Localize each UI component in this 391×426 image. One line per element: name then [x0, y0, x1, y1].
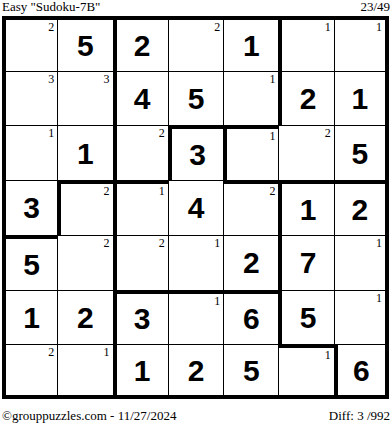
page-header: Easy "Sudoku-7B" 23/49 — [2, 0, 390, 15]
cell-r2c6[interactable]: 2 — [278, 71, 333, 126]
cell-r6c2[interactable]: 2 — [57, 290, 112, 345]
given-value: 2 — [58, 291, 112, 345]
cell-r5c3[interactable]: 2 — [113, 235, 168, 290]
cell-r3c2[interactable]: 1 — [57, 125, 112, 180]
pencil-mark: 1 — [376, 291, 382, 305]
cell-r1c4[interactable]: 2 — [168, 16, 223, 71]
cell-r2c3[interactable]: 4 — [113, 71, 168, 126]
given-value: 5 — [6, 239, 57, 290]
pencil-mark: 1 — [376, 236, 382, 250]
page-footer: ©grouppuzzles.com - 11/27/2024 Diff: 3 /… — [2, 408, 390, 423]
cell-r7c1[interactable]: 2 — [2, 344, 57, 399]
given-value: 4 — [117, 72, 168, 126]
pencil-mark: 2 — [214, 20, 220, 34]
cell-r2c4[interactable]: 5 — [168, 71, 223, 126]
pencil-mark: 2 — [104, 184, 110, 198]
cell-r2c7[interactable]: 1 — [334, 71, 389, 126]
pencil-mark: 1 — [376, 20, 382, 34]
given-value: 6 — [338, 345, 385, 395]
cell-r6c5[interactable]: 6 — [223, 290, 278, 345]
cell-r6c6[interactable]: 5 — [278, 290, 333, 345]
cell-r5c1[interactable]: 5 — [2, 235, 57, 290]
cell-r4c1[interactable]: 3 — [2, 180, 57, 235]
pencil-mark: 1 — [104, 345, 110, 359]
cell-r5c5[interactable]: 2 — [223, 235, 278, 290]
pencil-mark: 2 — [159, 236, 165, 250]
cell-r2c1[interactable]: 3 — [2, 71, 57, 126]
cell-r7c2[interactable]: 1 — [57, 344, 112, 399]
cell-r7c6[interactable]: 1 — [278, 344, 333, 399]
pencil-mark: 2 — [269, 184, 275, 198]
given-value: 1 — [58, 126, 112, 180]
cell-r5c6[interactable]: 7 — [278, 235, 333, 290]
cell-r7c5[interactable]: 5 — [223, 344, 278, 399]
puzzle-counter: 23/49 — [360, 0, 390, 14]
sudoku-page: Easy "Sudoku-7B" 23/49 25221113345121112… — [0, 0, 391, 426]
pencil-mark: 1 — [159, 184, 165, 198]
pencil-mark: 3 — [48, 72, 54, 86]
pencil-mark: 3 — [104, 72, 110, 86]
given-value: 6 — [224, 294, 278, 345]
cell-r3c6[interactable]: 2 — [278, 125, 333, 180]
pencil-mark: 1 — [48, 126, 54, 140]
pencil-mark: 1 — [325, 20, 331, 34]
given-value: 5 — [335, 126, 385, 180]
given-value: 1 — [6, 291, 57, 345]
cell-r4c3[interactable]: 1 — [113, 180, 168, 235]
cell-r3c7[interactable]: 5 — [334, 125, 389, 180]
pencil-mark: 1 — [325, 348, 331, 362]
pencil-mark: 2 — [104, 236, 110, 250]
cell-r3c5[interactable]: 1 — [223, 125, 278, 180]
pencil-mark: 2 — [325, 126, 331, 140]
cell-r7c7[interactable]: 6 — [334, 344, 389, 399]
cell-r1c3[interactable]: 2 — [113, 16, 168, 71]
cell-r2c5[interactable]: 1 — [223, 71, 278, 126]
cell-r4c2[interactable]: 2 — [57, 180, 112, 235]
given-value: 1 — [335, 72, 385, 126]
cell-r4c6[interactable]: 1 — [278, 180, 333, 235]
given-value: 3 — [172, 129, 223, 180]
cell-r3c1[interactable]: 1 — [2, 125, 57, 180]
given-value: 1 — [117, 345, 168, 395]
cell-r4c7[interactable]: 2 — [334, 180, 389, 235]
given-value: 2 — [335, 184, 385, 235]
difficulty-text: Diff: 3 /992 — [329, 408, 390, 423]
given-value: 2 — [282, 72, 333, 126]
pencil-mark: 2 — [48, 20, 54, 34]
cell-r1c5[interactable]: 1 — [223, 16, 278, 71]
cell-r1c2[interactable]: 5 — [57, 16, 112, 71]
given-value: 1 — [224, 20, 278, 71]
cell-r7c4[interactable]: 2 — [168, 344, 223, 399]
given-value: 3 — [117, 294, 168, 345]
cell-r6c4[interactable]: 1 — [168, 290, 223, 345]
given-value: 7 — [282, 236, 333, 290]
given-value: 2 — [169, 345, 223, 395]
pencil-mark: 1 — [214, 236, 220, 250]
given-value: 3 — [6, 181, 57, 235]
cell-r4c4[interactable]: 4 — [168, 180, 223, 235]
cell-r1c1[interactable]: 2 — [2, 16, 57, 71]
cell-r4c5[interactable]: 2 — [223, 180, 278, 235]
given-value: 5 — [58, 20, 112, 71]
cell-r5c7[interactable]: 1 — [334, 235, 389, 290]
sudoku-grid: 2522111334512111231253214212522127112316… — [2, 16, 389, 399]
given-value: 1 — [282, 184, 333, 235]
cell-r6c3[interactable]: 3 — [113, 290, 168, 345]
cell-r6c1[interactable]: 1 — [2, 290, 57, 345]
pencil-mark: 2 — [159, 126, 165, 140]
given-value: 5 — [169, 72, 223, 126]
pencil-mark: 2 — [48, 345, 54, 359]
cell-r7c3[interactable]: 1 — [113, 344, 168, 399]
cell-r1c6[interactable]: 1 — [278, 16, 333, 71]
page-title: Easy "Sudoku-7B" — [2, 0, 100, 14]
cell-r6c7[interactable]: 1 — [334, 290, 389, 345]
cell-r1c7[interactable]: 1 — [334, 16, 389, 71]
cell-r5c2[interactable]: 2 — [57, 235, 112, 290]
pencil-mark: 1 — [214, 294, 220, 308]
cell-r5c4[interactable]: 1 — [168, 235, 223, 290]
pencil-mark: 1 — [269, 129, 275, 143]
cell-r3c3[interactable]: 2 — [113, 125, 168, 180]
copyright-text: ©grouppuzzles.com - 11/27/2024 — [2, 408, 176, 423]
pencil-mark: 1 — [269, 72, 275, 86]
cell-r2c2[interactable]: 3 — [57, 71, 112, 126]
given-value: 4 — [169, 181, 223, 235]
given-value: 5 — [282, 291, 333, 345]
given-value: 2 — [117, 20, 168, 71]
given-value: 5 — [224, 345, 278, 395]
given-value: 2 — [224, 236, 278, 290]
cell-r3c4[interactable]: 3 — [168, 125, 223, 180]
